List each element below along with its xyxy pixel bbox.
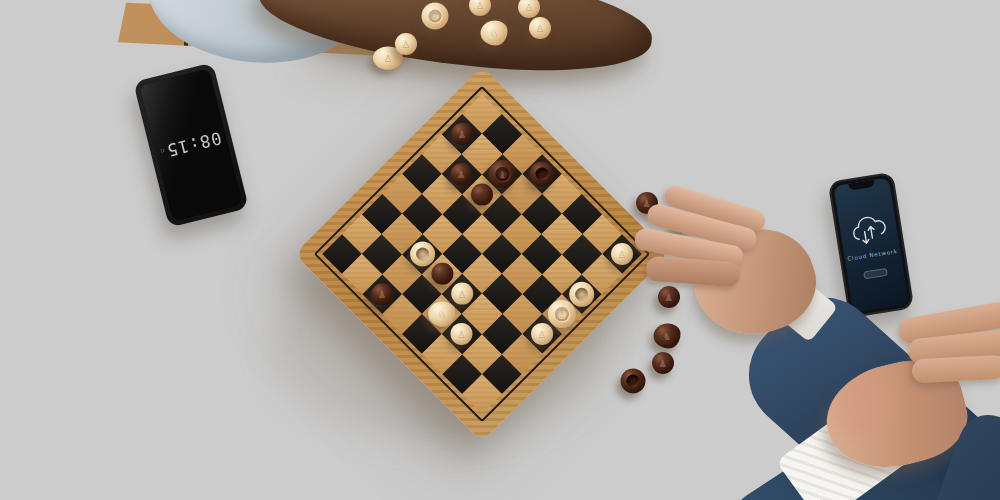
app-label: Cloud Network	[847, 248, 898, 262]
black-rook: ♜	[529, 162, 554, 187]
white-knight: ♘	[481, 21, 508, 46]
player2-resting-finger	[911, 355, 1000, 384]
black-pawn-glyph: ♟	[371, 283, 393, 305]
black-pawn-glyph: ♟	[658, 286, 680, 308]
black-pawn-glyph: ♟	[451, 163, 473, 185]
white-pawn-glyph: ♙	[529, 17, 551, 39]
white-pawn-glyph: ♙	[611, 243, 633, 265]
screen-button	[863, 268, 888, 280]
player2-resting-finger	[907, 329, 1000, 366]
black-pawn-glyph: ♟	[451, 123, 473, 145]
phone-notch	[848, 180, 875, 191]
white-pawn: ♙	[611, 243, 633, 265]
black-knight-glyph: ♞	[654, 324, 681, 349]
white-pawn: ♙	[451, 323, 473, 345]
white-bishop: ♗	[548, 300, 576, 328]
white-pawn: ♙	[529, 17, 551, 39]
white-rook: ♖	[410, 242, 435, 267]
black-pawn: ♟	[371, 283, 393, 305]
black-rook-glyph: ♜	[621, 369, 646, 394]
white-queen-glyph: ♕	[422, 3, 449, 30]
player2-shirt-cuff-2	[776, 396, 912, 500]
right-phone: Cloud Network	[828, 172, 915, 319]
player2-resting-hand	[816, 349, 977, 482]
black-rook-glyph: ♜	[529, 162, 554, 187]
player2-finger	[645, 202, 759, 252]
white-rook-glyph: ♖	[410, 242, 435, 267]
white-knight-glyph: ♘	[481, 21, 508, 46]
left-phone-screen: 08:15▫	[139, 68, 243, 221]
black-pawn: ♟	[658, 286, 680, 308]
player2-hand	[682, 214, 828, 350]
white-queen: ♕	[422, 3, 449, 30]
black-bishop-glyph: ♝	[488, 160, 516, 188]
white-bishop-glyph: ♗	[548, 300, 576, 328]
black-pawn: ♟	[451, 163, 473, 185]
black-pawn-glyph: ♟	[652, 352, 674, 374]
white-rook: ♖	[569, 281, 594, 306]
white-pawn: ♙	[395, 33, 417, 55]
black-pawn: ♟	[431, 263, 453, 285]
black-rook: ♜	[621, 369, 646, 394]
player2-resting-finger	[897, 300, 1000, 345]
player2-suit-sleeve-2	[712, 401, 955, 500]
screen-glare	[139, 68, 243, 221]
black-pawn-glyph: ♟	[431, 263, 453, 285]
black-pawn: ♟	[471, 183, 493, 205]
right-phone-screen: Cloud Network	[833, 177, 908, 312]
white-rook-glyph: ♖	[569, 281, 594, 306]
black-bishop: ♝	[488, 160, 516, 188]
white-pawn-glyph: ♙	[451, 323, 473, 345]
player2-shirt-cuff	[766, 272, 838, 343]
player2-suit-corner	[923, 407, 1000, 500]
white-pawn: ♙	[531, 323, 553, 345]
black-pawn: ♟	[636, 192, 658, 214]
white-pawn-glyph: ♙	[451, 283, 473, 305]
black-knight: ♞	[654, 324, 681, 349]
left-phone: 08:15▫	[133, 62, 249, 227]
black-pawn: ♟	[451, 123, 473, 145]
black-pawn-glyph: ♟	[636, 192, 658, 214]
table-scene: ♜♙♟♝♟♟♖♗♙♖♟♙♘♙♟ ♙♙♕♙♘♙♙ ♟♟♟♞♟♜ 08:15▫ Cl…	[0, 0, 1000, 500]
cloud-sync-icon	[846, 211, 891, 249]
black-pawn-glyph: ♟	[672, 211, 694, 233]
white-pawn: ♙	[451, 283, 473, 305]
black-pawn: ♟	[652, 352, 674, 374]
black-pawn-glyph: ♟	[471, 183, 493, 205]
white-pawn-glyph: ♙	[395, 33, 417, 55]
white-pawn-glyph: ♙	[531, 323, 553, 345]
black-pawn: ♟	[672, 211, 694, 233]
